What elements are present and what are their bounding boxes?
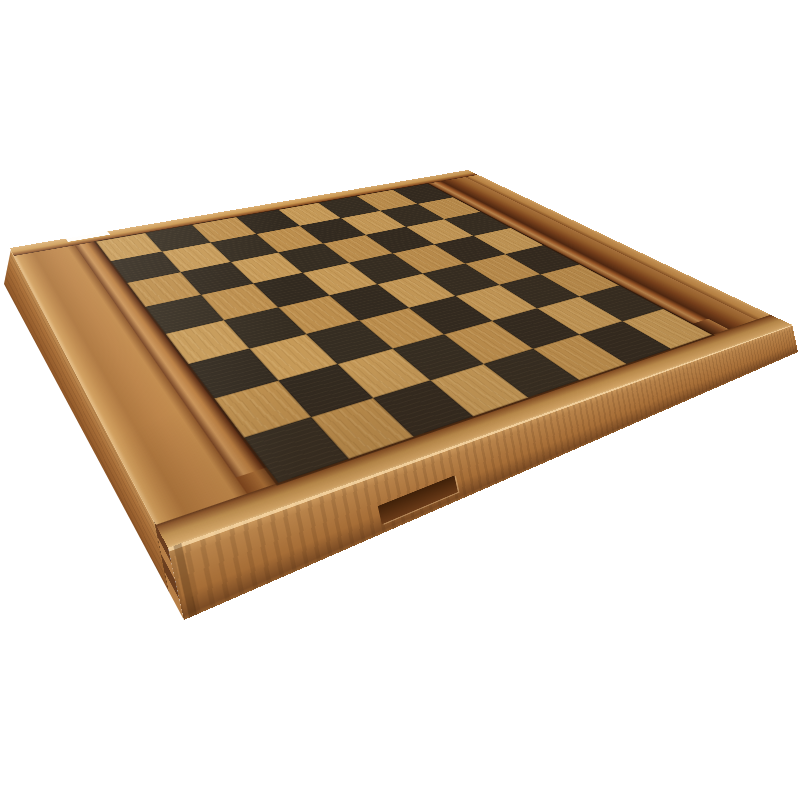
lid-slide-slot <box>378 476 458 525</box>
photo-background <box>0 0 800 800</box>
